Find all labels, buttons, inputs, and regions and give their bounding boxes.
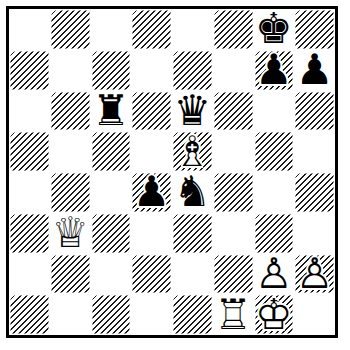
square-a1[interactable] — [9, 294, 50, 335]
square-d6[interactable] — [131, 91, 172, 132]
square-f2[interactable] — [213, 254, 254, 295]
square-c4[interactable] — [91, 172, 132, 213]
square-f6[interactable] — [213, 91, 254, 132]
pawn-outline: ♙ — [254, 254, 295, 295]
square-a3[interactable] — [9, 213, 50, 254]
square-b1[interactable] — [50, 294, 91, 335]
chessboard: ♚♟♟♜♛♝♗♟♞♛♕♟♙♟♙♜♖♚♔ — [9, 9, 335, 335]
square-h7[interactable]: ♟ — [294, 50, 335, 91]
square-b4[interactable] — [50, 172, 91, 213]
square-c8[interactable] — [91, 9, 132, 50]
square-b8[interactable] — [50, 9, 91, 50]
white-bishop-e5[interactable]: ♝♗ — [172, 131, 213, 172]
square-h2[interactable]: ♟♙ — [294, 254, 335, 295]
square-e1[interactable] — [172, 294, 213, 335]
square-f4[interactable] — [213, 172, 254, 213]
square-b2[interactable] — [50, 254, 91, 295]
bishop-outline: ♗ — [172, 131, 213, 172]
square-a8[interactable] — [9, 9, 50, 50]
square-c6[interactable]: ♜ — [91, 91, 132, 132]
square-a5[interactable] — [9, 131, 50, 172]
square-h4[interactable] — [294, 172, 335, 213]
black-queen-e6[interactable]: ♛ — [172, 91, 213, 132]
square-g7[interactable]: ♟ — [254, 50, 295, 91]
square-e3[interactable] — [172, 213, 213, 254]
white-pawn-h2[interactable]: ♟♙ — [294, 254, 335, 295]
square-g2[interactable]: ♟♙ — [254, 254, 295, 295]
square-g4[interactable] — [254, 172, 295, 213]
square-e5[interactable]: ♝♗ — [172, 131, 213, 172]
square-h8[interactable] — [294, 9, 335, 50]
king-outline: ♔ — [254, 294, 295, 335]
white-king-g1[interactable]: ♚♔ — [254, 294, 295, 335]
square-e4[interactable]: ♞ — [172, 172, 213, 213]
square-e6[interactable]: ♛ — [172, 91, 213, 132]
square-c3[interactable] — [91, 213, 132, 254]
square-a6[interactable] — [9, 91, 50, 132]
square-e2[interactable] — [172, 254, 213, 295]
square-d8[interactable] — [131, 9, 172, 50]
square-d5[interactable] — [131, 131, 172, 172]
square-f7[interactable] — [213, 50, 254, 91]
black-pawn-d4[interactable]: ♟ — [131, 172, 172, 213]
square-c7[interactable] — [91, 50, 132, 91]
square-d3[interactable] — [131, 213, 172, 254]
black-king-g8[interactable]: ♚ — [254, 9, 295, 50]
square-g5[interactable] — [254, 131, 295, 172]
square-d4[interactable]: ♟ — [131, 172, 172, 213]
square-b5[interactable] — [50, 131, 91, 172]
pawn-outline: ♙ — [294, 254, 335, 295]
square-e7[interactable] — [172, 50, 213, 91]
square-d7[interactable] — [131, 50, 172, 91]
black-pawn-g7[interactable]: ♟ — [254, 50, 295, 91]
square-h6[interactable] — [294, 91, 335, 132]
square-h5[interactable] — [294, 131, 335, 172]
black-knight-e4[interactable]: ♞ — [172, 172, 213, 213]
queen-outline: ♕ — [50, 213, 91, 254]
square-b6[interactable] — [50, 91, 91, 132]
white-rook-f1[interactable]: ♜♖ — [213, 294, 254, 335]
square-h1[interactable] — [294, 294, 335, 335]
square-f1[interactable]: ♜♖ — [213, 294, 254, 335]
square-g3[interactable] — [254, 213, 295, 254]
white-queen-b3[interactable]: ♛♕ — [50, 213, 91, 254]
square-g1[interactable]: ♚♔ — [254, 294, 295, 335]
square-c1[interactable] — [91, 294, 132, 335]
square-c5[interactable] — [91, 131, 132, 172]
square-d1[interactable] — [131, 294, 172, 335]
square-b7[interactable] — [50, 50, 91, 91]
square-f3[interactable] — [213, 213, 254, 254]
black-rook-c6[interactable]: ♜ — [91, 91, 132, 132]
square-d2[interactable] — [131, 254, 172, 295]
square-f5[interactable] — [213, 131, 254, 172]
chess-diagram: ♚♟♟♜♛♝♗♟♞♛♕♟♙♟♙♜♖♚♔ — [0, 0, 350, 350]
square-h3[interactable] — [294, 213, 335, 254]
square-g6[interactable] — [254, 91, 295, 132]
square-a2[interactable] — [9, 254, 50, 295]
square-b3[interactable]: ♛♕ — [50, 213, 91, 254]
square-g8[interactable]: ♚ — [254, 9, 295, 50]
square-a4[interactable] — [9, 172, 50, 213]
square-f8[interactable] — [213, 9, 254, 50]
square-c2[interactable] — [91, 254, 132, 295]
black-pawn-h7[interactable]: ♟ — [294, 50, 335, 91]
rook-outline: ♖ — [213, 294, 254, 335]
board-border: ♚♟♟♜♛♝♗♟♞♛♕♟♙♟♙♜♖♚♔ — [6, 6, 338, 338]
square-a7[interactable] — [9, 50, 50, 91]
white-pawn-g2[interactable]: ♟♙ — [254, 254, 295, 295]
square-e8[interactable] — [172, 9, 213, 50]
